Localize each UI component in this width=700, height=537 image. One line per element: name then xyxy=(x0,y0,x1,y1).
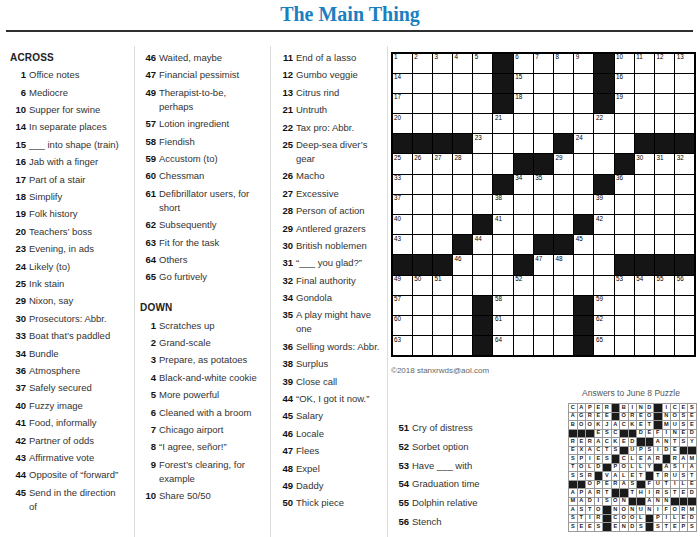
grid-cell[interactable] xyxy=(514,336,533,355)
grid-cell[interactable] xyxy=(574,255,593,274)
grid-cell[interactable]: 61 xyxy=(493,316,512,335)
grid-cell[interactable]: 14 xyxy=(393,74,412,93)
grid-cell[interactable] xyxy=(615,296,634,315)
answer-block-cell xyxy=(688,447,696,455)
grid-cell[interactable]: 54 xyxy=(635,276,654,295)
grid-cell[interactable] xyxy=(473,276,492,295)
grid-cell[interactable] xyxy=(514,235,533,254)
grid-cell[interactable]: 4 xyxy=(453,54,472,73)
grid-cell[interactable]: 9 xyxy=(574,54,593,73)
grid-cell[interactable]: 33 xyxy=(393,175,412,194)
answer-letter-cell: P xyxy=(654,515,662,523)
cell-number: 30 xyxy=(636,155,643,162)
grid-cell[interactable] xyxy=(413,316,432,335)
grid-cell[interactable] xyxy=(413,195,432,214)
grid-cell[interactable] xyxy=(413,94,432,113)
grid-cell[interactable] xyxy=(473,114,492,133)
grid-cell[interactable] xyxy=(534,94,553,113)
answer-letter-cell: E xyxy=(680,430,688,438)
answer-letter-cell: R xyxy=(612,481,620,489)
clue-number: 21 xyxy=(277,103,293,117)
grid-cell[interactable]: 30 xyxy=(635,154,654,173)
clue-across-34: 34Bundle xyxy=(10,347,120,361)
grid-cell[interactable]: 60 xyxy=(393,316,412,335)
answer-block-cell xyxy=(688,498,696,506)
grid-cell[interactable] xyxy=(574,175,593,194)
clue-text: Black-and-white cookie xyxy=(159,372,257,383)
clue-number: 18 xyxy=(10,190,26,204)
grid-cell[interactable] xyxy=(655,74,674,93)
grid-cell[interactable] xyxy=(635,296,654,315)
answer-letter-cell: Y xyxy=(688,438,696,446)
grid-cell[interactable]: 48 xyxy=(554,255,573,274)
answer-letter-cell: S xyxy=(569,515,577,523)
grid-cell[interactable]: 38 xyxy=(493,195,512,214)
grid-cell[interactable] xyxy=(594,154,613,173)
grid-cell[interactable] xyxy=(554,94,573,113)
grid-cell[interactable] xyxy=(615,316,634,335)
block-cell xyxy=(534,235,553,254)
grid-cell[interactable] xyxy=(493,276,512,295)
answer-letter-cell: S xyxy=(578,506,586,514)
block-cell xyxy=(514,255,533,274)
clue-text: In separate places xyxy=(29,121,107,132)
grid-cell[interactable] xyxy=(554,195,573,214)
grid-cell[interactable] xyxy=(514,316,533,335)
grid-cell[interactable] xyxy=(453,114,472,133)
grid-cell[interactable] xyxy=(453,316,472,335)
block-cell xyxy=(635,255,654,274)
clue-down-44: 44“OK, I got it now.” xyxy=(277,392,385,406)
clue-number: 1 xyxy=(140,319,156,333)
grid-cell[interactable]: 41 xyxy=(493,215,512,234)
clue-down-27: 27Excessive xyxy=(277,187,385,201)
grid-cell[interactable]: 49 xyxy=(393,276,412,295)
grid-cell[interactable]: 20 xyxy=(393,114,412,133)
grid-cell[interactable] xyxy=(473,175,492,194)
grid-cell[interactable] xyxy=(534,195,553,214)
grid-cell[interactable] xyxy=(554,114,573,133)
answer-letter-cell: N xyxy=(671,430,679,438)
grid-cell[interactable]: 57 xyxy=(393,296,412,315)
clue-across-36: 36Atmosphere xyxy=(10,364,120,378)
clue-number: 60 xyxy=(140,169,156,183)
grid-cell[interactable]: 22 xyxy=(594,114,613,133)
block-cell xyxy=(493,175,512,194)
grid-cell[interactable] xyxy=(675,94,694,113)
grid-cell[interactable]: 45 xyxy=(574,235,593,254)
grid-cell[interactable] xyxy=(635,235,654,254)
answer-block-cell xyxy=(654,421,662,429)
grid-cell[interactable]: 62 xyxy=(594,316,613,335)
grid-cell[interactable]: 56 xyxy=(675,276,694,295)
grid-cell[interactable]: 34 xyxy=(514,175,533,194)
grid-cell[interactable] xyxy=(675,296,694,315)
grid-cell[interactable]: 16 xyxy=(615,74,634,93)
grid-cell[interactable]: 19 xyxy=(615,94,634,113)
answer-key-caption: Answers to June 8 Puzzle xyxy=(563,388,699,398)
clue-text: Folk history xyxy=(29,208,78,219)
answer-block-cell xyxy=(569,430,577,438)
grid-cell[interactable]: 5 xyxy=(473,54,492,73)
grid-cell[interactable] xyxy=(514,134,533,153)
cell-number: 33 xyxy=(394,175,401,182)
grid-cell[interactable]: 36 xyxy=(615,175,634,194)
grid-cell[interactable] xyxy=(635,175,654,194)
grid-cell[interactable] xyxy=(615,336,634,355)
grid-cell[interactable] xyxy=(675,114,694,133)
answer-letter-cell: L xyxy=(637,515,645,523)
cell-number: 16 xyxy=(616,74,623,81)
answer-block-cell xyxy=(646,515,654,523)
grid-cell[interactable] xyxy=(413,235,432,254)
grid-cell[interactable] xyxy=(433,316,452,335)
answer-letter-cell: E xyxy=(578,523,586,531)
grid-cell[interactable]: 6 xyxy=(514,54,533,73)
grid-cell[interactable] xyxy=(635,215,654,234)
grid-cell[interactable]: 18 xyxy=(514,94,533,113)
grid-cell[interactable]: 8 xyxy=(554,54,573,73)
grid-cell[interactable] xyxy=(433,215,452,234)
clue-number: 15 xyxy=(10,138,26,152)
grid-cell[interactable] xyxy=(433,296,452,315)
grid-cell[interactable]: 26 xyxy=(413,154,432,173)
grid-cell[interactable] xyxy=(655,296,674,315)
grid-cell[interactable] xyxy=(615,235,634,254)
grid-cell[interactable]: 12 xyxy=(655,54,674,73)
grid-cell[interactable] xyxy=(413,175,432,194)
column-divider xyxy=(387,46,388,537)
grid-cell[interactable]: 25 xyxy=(393,154,412,173)
grid-cell[interactable]: 40 xyxy=(393,215,412,234)
grid-cell[interactable]: 42 xyxy=(594,215,613,234)
answer-block-cell xyxy=(646,472,654,480)
grid-cell[interactable] xyxy=(534,134,553,153)
grid-cell[interactable]: 28 xyxy=(453,154,472,173)
grid-cell[interactable]: 29 xyxy=(554,154,573,173)
grid-cell[interactable] xyxy=(534,215,553,234)
grid-cell[interactable] xyxy=(574,154,593,173)
grid-cell[interactable] xyxy=(473,74,492,93)
answer-letter-cell: G xyxy=(578,413,586,421)
answer-letter-cell: Y xyxy=(646,464,654,472)
grid-cell[interactable] xyxy=(574,276,593,295)
grid-cell[interactable]: 65 xyxy=(594,336,613,355)
grid-cell[interactable]: 24 xyxy=(574,134,593,153)
cell-number: 63 xyxy=(394,337,401,344)
grid-cell[interactable] xyxy=(413,215,432,234)
answer-letter-cell: A xyxy=(578,404,586,412)
grid-cell[interactable]: 43 xyxy=(393,235,412,254)
grid-cell[interactable] xyxy=(655,175,674,194)
grid-cell[interactable] xyxy=(554,74,573,93)
grid-cell[interactable]: 52 xyxy=(514,276,533,295)
grid-cell[interactable]: 39 xyxy=(594,195,613,214)
answer-letter-cell: R xyxy=(680,506,688,514)
grid-cell[interactable]: 2 xyxy=(413,54,432,73)
clue-text: Share 50/50 xyxy=(159,490,211,501)
grid-cell[interactable] xyxy=(514,215,533,234)
cell-number: 35 xyxy=(535,175,542,182)
clue-text: Chessman xyxy=(159,170,204,181)
grid-cell[interactable]: 64 xyxy=(493,336,512,355)
grid-cell[interactable]: 7 xyxy=(534,54,553,73)
grid-cell[interactable] xyxy=(453,74,472,93)
clue-text: Fiendish xyxy=(159,136,195,147)
grid-cell[interactable] xyxy=(594,235,613,254)
answer-letter-cell: K xyxy=(629,421,637,429)
grid-cell[interactable]: 23 xyxy=(473,134,492,153)
answer-letter-cell: P xyxy=(595,481,603,489)
answer-letter-cell: V xyxy=(603,472,611,480)
answer-letter-cell: L xyxy=(637,464,645,472)
grid-cell[interactable] xyxy=(675,215,694,234)
block-cell xyxy=(675,134,694,153)
grid-cell[interactable]: 1 xyxy=(393,54,412,73)
clue-text: Selling words: Abbr. xyxy=(296,341,379,352)
grid-cell[interactable] xyxy=(534,74,553,93)
grid-cell[interactable]: 11 xyxy=(635,54,654,73)
grid-cell[interactable] xyxy=(473,195,492,214)
grid-cell[interactable]: 59 xyxy=(594,296,613,315)
grid-cell[interactable] xyxy=(615,134,634,153)
answer-letter-cell: A xyxy=(646,498,654,506)
grid-cell[interactable] xyxy=(534,296,553,315)
cell-number: 40 xyxy=(394,216,401,223)
clue-across-44: 44Opposite of “forward” xyxy=(10,468,120,482)
answer-letter-cell: D xyxy=(595,464,603,472)
grid-cell[interactable] xyxy=(655,316,674,335)
grid-cell[interactable] xyxy=(433,235,452,254)
grid-cell[interactable]: 27 xyxy=(433,154,452,173)
grid-cell[interactable] xyxy=(655,94,674,113)
grid-cell[interactable] xyxy=(514,296,533,315)
grid-cell[interactable] xyxy=(655,195,674,214)
block-cell xyxy=(615,255,634,274)
cell-number: 55 xyxy=(656,276,663,283)
answer-letter-cell: D xyxy=(688,489,696,497)
grid-cell[interactable] xyxy=(635,336,654,355)
clue-text: “I agree, señor!” xyxy=(159,441,227,452)
grid-cell[interactable]: 32 xyxy=(675,154,694,173)
puzzle-title: The Main Thing xyxy=(0,3,700,26)
grid-cell[interactable] xyxy=(493,255,512,274)
grid-cell[interactable] xyxy=(433,336,452,355)
grid-cell[interactable]: 46 xyxy=(453,255,472,274)
grid-cell[interactable]: 21 xyxy=(493,114,512,133)
answer-letter-cell: M xyxy=(688,455,696,463)
clue-number: 10 xyxy=(10,103,26,117)
grid-cell[interactable] xyxy=(675,336,694,355)
grid-cell[interactable] xyxy=(574,94,593,113)
clue-text: Accustom (to) xyxy=(159,153,218,164)
grid-cell[interactable] xyxy=(594,276,613,295)
grid-cell[interactable]: 47 xyxy=(534,255,553,274)
cell-number: 52 xyxy=(515,276,522,283)
grid-cell[interactable] xyxy=(615,114,634,133)
clue-text: Likely (to) xyxy=(29,261,70,272)
answer-letter-cell: A xyxy=(569,489,577,497)
clue-down-49: 49Daddy xyxy=(277,479,385,493)
grid-cell[interactable] xyxy=(514,195,533,214)
grid-cell[interactable] xyxy=(574,74,593,93)
grid-cell[interactable] xyxy=(675,235,694,254)
grid-cell[interactable] xyxy=(413,296,432,315)
clue-down-22: 22Tax pro: Abbr. xyxy=(277,121,385,135)
answer-letter-cell: E xyxy=(637,455,645,463)
grid-cell[interactable] xyxy=(433,114,452,133)
grid-cell[interactable] xyxy=(655,235,674,254)
grid-cell[interactable]: 51 xyxy=(433,276,452,295)
grid-cell[interactable] xyxy=(554,336,573,355)
clue-text: A play might have one xyxy=(296,309,371,334)
clue-text: British noblemen xyxy=(296,240,367,251)
grid-cell[interactable] xyxy=(554,316,573,335)
grid-cell[interactable]: 55 xyxy=(655,276,674,295)
grid-cell[interactable] xyxy=(413,336,432,355)
cell-number: 22 xyxy=(596,115,603,122)
grid-cell[interactable] xyxy=(554,215,573,234)
grid-cell[interactable] xyxy=(655,114,674,133)
clue-number: 55 xyxy=(393,496,409,510)
grid-cell[interactable] xyxy=(433,74,452,93)
grid-cell[interactable] xyxy=(473,154,492,173)
answer-letter-cell: O xyxy=(612,498,620,506)
clue-text: Prepare, as potatoes xyxy=(159,354,247,365)
grid-cell[interactable] xyxy=(453,94,472,113)
clue-text: Forest’s clearing, for example xyxy=(159,459,245,484)
answer-letter-cell: N xyxy=(654,498,662,506)
grid-cell[interactable]: 17 xyxy=(393,94,412,113)
grid-cell[interactable]: 13 xyxy=(675,54,694,73)
grid-cell[interactable] xyxy=(675,175,694,194)
grid-cell[interactable] xyxy=(574,195,593,214)
grid-cell[interactable] xyxy=(473,94,492,113)
grid-cell[interactable]: 37 xyxy=(393,195,412,214)
answer-letter-cell: A xyxy=(654,438,662,446)
answer-letter-cell: D xyxy=(646,404,654,412)
grid-cell[interactable] xyxy=(413,74,432,93)
grid-cell[interactable] xyxy=(534,336,553,355)
cell-number: 20 xyxy=(394,115,401,122)
answer-letter-cell: S xyxy=(646,447,654,455)
clue-down-28: 28Person of action xyxy=(277,204,385,218)
answer-letter-cell: O xyxy=(620,515,628,523)
answer-letter-cell: R xyxy=(663,472,671,480)
answer-block-cell xyxy=(671,498,679,506)
grid-cell[interactable] xyxy=(453,175,472,194)
grid-cell[interactable] xyxy=(534,276,553,295)
grid-cell[interactable] xyxy=(675,316,694,335)
clue-down-45: 45Salary xyxy=(277,409,385,423)
grid-cell[interactable]: 15 xyxy=(514,74,533,93)
grid-cell[interactable] xyxy=(554,276,573,295)
answer-block-cell xyxy=(629,498,637,506)
clue-number: 51 xyxy=(393,421,409,435)
grid-cell[interactable]: 3 xyxy=(433,54,452,73)
answer-letter-cell: S xyxy=(569,523,577,531)
grid-cell[interactable] xyxy=(594,134,613,153)
grid-cell[interactable] xyxy=(615,195,634,214)
grid-cell[interactable] xyxy=(433,94,452,113)
grid-cell[interactable] xyxy=(493,154,512,173)
clue-number: 49 xyxy=(140,86,156,100)
grid-cell[interactable] xyxy=(655,215,674,234)
grid-cell[interactable] xyxy=(453,276,472,295)
clue-text: Fit for the task xyxy=(159,237,219,248)
answer-letter-cell: A xyxy=(663,464,671,472)
grid-cell[interactable] xyxy=(514,114,533,133)
clue-list-header: DOWN xyxy=(140,301,258,315)
clue-number: 12 xyxy=(277,68,293,82)
grid-cell[interactable] xyxy=(473,255,492,274)
clue-across-20: 20Teachers’ boss xyxy=(10,225,120,239)
grid-cell[interactable]: 44 xyxy=(473,235,492,254)
clue-across-63: 63Fit for the task xyxy=(140,236,258,250)
grid-cell[interactable] xyxy=(675,74,694,93)
grid-cell[interactable] xyxy=(453,336,472,355)
grid-cell[interactable] xyxy=(635,74,654,93)
grid-cell[interactable] xyxy=(453,296,472,315)
grid-cell[interactable] xyxy=(554,175,573,194)
grid-cell[interactable] xyxy=(453,215,472,234)
grid-cell[interactable] xyxy=(574,114,593,133)
clue-across-40: 40Fuzzy image xyxy=(10,399,120,413)
grid-cell[interactable]: 31 xyxy=(655,154,674,173)
grid-cell[interactable] xyxy=(493,235,512,254)
clue-number: 35 xyxy=(277,308,293,322)
clue-text: Dolphin relative xyxy=(412,497,477,508)
clue-across-15: 15___ into shape (train) xyxy=(10,138,120,152)
grid-cell[interactable] xyxy=(534,114,553,133)
clue-number: 48 xyxy=(277,462,293,476)
grid-cell[interactable] xyxy=(655,336,674,355)
grid-cell[interactable] xyxy=(433,175,452,194)
grid-cell[interactable]: 50 xyxy=(413,276,432,295)
clue-number: 49 xyxy=(277,479,293,493)
clue-number: 25 xyxy=(10,277,26,291)
clue-across-1: 1Office notes xyxy=(10,68,120,82)
grid-cell[interactable]: 58 xyxy=(493,296,512,315)
grid-cell[interactable] xyxy=(635,94,654,113)
grid-cell[interactable] xyxy=(594,255,613,274)
grid-cell[interactable] xyxy=(413,114,432,133)
answer-block-cell xyxy=(654,464,662,472)
grid-cell[interactable] xyxy=(433,195,452,214)
grid-cell[interactable]: 35 xyxy=(534,175,553,194)
grid-cell[interactable]: 63 xyxy=(393,336,412,355)
grid-cell[interactable] xyxy=(554,296,573,315)
grid-cell[interactable] xyxy=(635,195,654,214)
grid-cell[interactable] xyxy=(453,195,472,214)
clue-text: Grand-scale xyxy=(159,337,211,348)
grid-cell[interactable]: 10 xyxy=(615,54,634,73)
answer-letter-cell: E xyxy=(671,523,679,531)
answer-letter-cell: E xyxy=(680,489,688,497)
grid-cell[interactable] xyxy=(493,134,512,153)
grid-cell[interactable] xyxy=(534,316,553,335)
grid-cell[interactable] xyxy=(635,316,654,335)
clue-down-39: 39Close call xyxy=(277,375,385,389)
grid-cell[interactable] xyxy=(615,215,634,234)
clue-text: Close call xyxy=(296,376,337,387)
answer-letter-cell: S xyxy=(663,489,671,497)
answer-letter-cell: U xyxy=(654,481,662,489)
grid-cell[interactable] xyxy=(675,195,694,214)
clue-number: 28 xyxy=(277,204,293,218)
grid-cell[interactable] xyxy=(635,114,654,133)
grid-cell[interactable]: 53 xyxy=(615,276,634,295)
